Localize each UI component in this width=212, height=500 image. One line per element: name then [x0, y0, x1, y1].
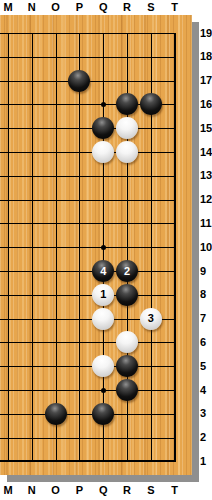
stone-black-O3[interactable] [45, 403, 67, 425]
stone-black-Q9[interactable]: 4 [92, 260, 114, 282]
stone-white-Q7[interactable] [92, 308, 114, 330]
row-label-16: 16 [200, 98, 212, 111]
stone-white-Q8[interactable]: 1 [92, 284, 114, 306]
grid-vline-P [79, 33, 80, 462]
stone-black-S16[interactable] [140, 93, 162, 115]
col-label-bottom-O: O [51, 484, 60, 497]
grid-vline-N [32, 33, 33, 462]
stone-black-R5[interactable] [116, 355, 138, 377]
grid-hline-11 [0, 223, 176, 224]
row-label-18: 18 [200, 50, 212, 63]
col-label-bottom-Q: Q [99, 484, 108, 497]
row-label-19: 19 [200, 27, 212, 40]
go-board[interactable]: 4213 [0, 15, 192, 475]
grid-hline-18 [0, 57, 176, 58]
row-label-5: 5 [200, 360, 206, 373]
grid-hline-8 [0, 295, 176, 296]
row-label-4: 4 [200, 384, 206, 397]
go-board-screenshot: 4213 MNOPQRST MNOPQRST 19181716151413121… [0, 0, 212, 500]
stone-black-R16[interactable] [116, 93, 138, 115]
col-label-top-O: O [51, 1, 60, 14]
move-number-4: 4 [100, 266, 106, 277]
row-label-13: 13 [200, 169, 212, 182]
col-label-top-S: S [147, 1, 154, 14]
stone-black-R9[interactable]: 2 [116, 260, 138, 282]
col-label-top-P: P [76, 1, 83, 14]
row-label-15: 15 [200, 122, 212, 135]
grid-vline-T [174, 33, 176, 462]
grid-hline-3 [0, 414, 176, 415]
stone-white-Q14[interactable] [92, 141, 114, 163]
stone-black-R8[interactable] [116, 284, 138, 306]
row-label-6: 6 [200, 336, 206, 349]
move-number-1: 1 [100, 289, 106, 300]
col-label-top-R: R [123, 1, 131, 14]
move-number-3: 3 [148, 313, 154, 324]
grid-hline-6 [0, 342, 176, 343]
stone-white-R15[interactable] [116, 117, 138, 139]
grid-hline-10 [0, 247, 176, 248]
move-number-2: 2 [124, 266, 130, 277]
grid-hline-13 [0, 176, 176, 177]
col-label-bottom-S: S [147, 484, 154, 497]
stone-white-S7[interactable]: 3 [140, 308, 162, 330]
star-point-Q4 [101, 388, 106, 393]
col-label-top-N: N [28, 1, 36, 14]
col-label-bottom-M: M [3, 484, 12, 497]
row-label-3: 3 [200, 407, 206, 420]
grid-hline-2 [0, 438, 176, 439]
row-label-17: 17 [200, 74, 212, 87]
stone-black-Q15[interactable] [92, 117, 114, 139]
row-label-8: 8 [200, 288, 206, 301]
col-label-bottom-P: P [76, 484, 83, 497]
star-point-Q10 [101, 245, 106, 250]
col-label-bottom-N: N [28, 484, 36, 497]
grid-hline-12 [0, 200, 176, 201]
row-label-10: 10 [200, 241, 212, 254]
stone-white-R6[interactable] [116, 331, 138, 353]
grid-hline-4 [0, 390, 176, 391]
stone-black-R4[interactable] [116, 379, 138, 401]
grid-hline-1 [0, 460, 176, 462]
grid-vline-O [56, 33, 57, 462]
row-label-1: 1 [200, 455, 206, 468]
col-label-bottom-R: R [123, 484, 131, 497]
grid-hline-5 [0, 366, 176, 367]
row-label-2: 2 [200, 431, 206, 444]
row-label-12: 12 [200, 193, 212, 206]
col-label-bottom-T: T [171, 484, 178, 497]
row-label-14: 14 [200, 146, 212, 159]
grid-vline-M [8, 33, 9, 462]
grid-hline-9 [0, 271, 176, 272]
grid-hline-15 [0, 128, 176, 129]
row-label-11: 11 [200, 217, 212, 230]
stone-white-Q5[interactable] [92, 355, 114, 377]
stone-white-R14[interactable] [116, 141, 138, 163]
col-label-top-T: T [171, 1, 178, 14]
grid-hline-14 [0, 152, 176, 153]
stone-black-P17[interactable] [68, 70, 90, 92]
col-label-top-M: M [3, 1, 12, 14]
row-label-9: 9 [200, 265, 206, 278]
row-label-7: 7 [200, 312, 206, 325]
col-label-top-Q: Q [99, 1, 108, 14]
star-point-Q16 [101, 102, 106, 107]
stone-black-Q3[interactable] [92, 403, 114, 425]
grid-hline-19 [0, 33, 176, 34]
